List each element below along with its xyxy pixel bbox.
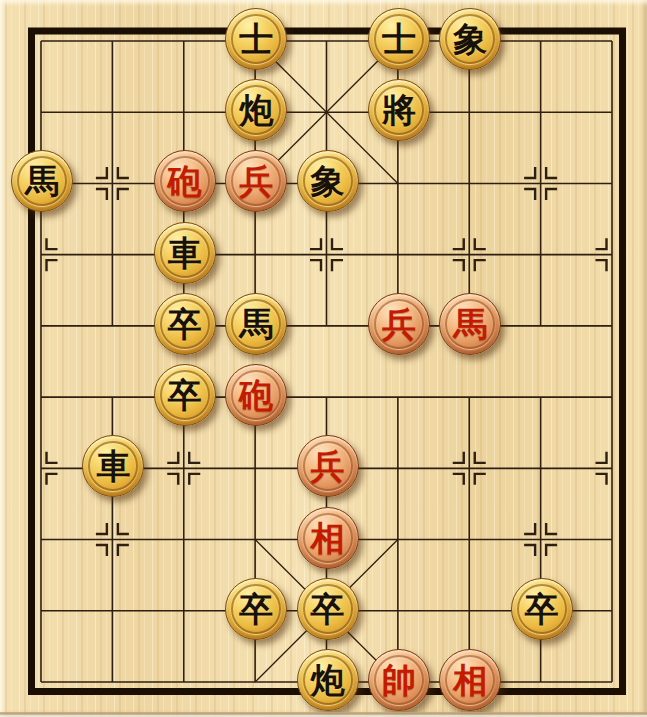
piece-red-soldier[interactable]: 兵: [297, 435, 359, 497]
piece-black-soldier[interactable]: 卒: [154, 293, 216, 355]
piece-red-general[interactable]: 帥: [368, 649, 430, 711]
piece-black-cannon[interactable]: 炮: [297, 649, 359, 711]
piece-black-cannon[interactable]: 炮: [225, 79, 287, 141]
piece-red-cannon[interactable]: 砲: [154, 150, 216, 212]
piece-black-chariot[interactable]: 車: [154, 222, 216, 284]
xiangqi-board[interactable]: 士士象炮將馬砲兵象車卒馬兵馬卒砲車兵相卒卒卒炮帥相: [0, 0, 647, 717]
piece-black-soldier[interactable]: 卒: [511, 578, 573, 640]
piece-red-cannon[interactable]: 砲: [225, 364, 287, 426]
piece-red-soldier[interactable]: 兵: [368, 293, 430, 355]
board-bottom-bevel: [0, 712, 647, 717]
piece-black-advisor[interactable]: 士: [368, 8, 430, 70]
piece-black-chariot[interactable]: 車: [82, 435, 144, 497]
piece-black-general[interactable]: 將: [368, 79, 430, 141]
piece-black-soldier[interactable]: 卒: [154, 364, 216, 426]
piece-red-soldier[interactable]: 兵: [225, 150, 287, 212]
piece-black-soldier[interactable]: 卒: [297, 578, 359, 640]
piece-red-elephant[interactable]: 相: [439, 649, 501, 711]
piece-black-elephant[interactable]: 象: [297, 150, 359, 212]
piece-black-horse[interactable]: 馬: [225, 293, 287, 355]
piece-black-horse[interactable]: 馬: [11, 150, 73, 212]
piece-black-elephant[interactable]: 象: [439, 8, 501, 70]
piece-red-elephant[interactable]: 相: [297, 507, 359, 569]
piece-red-horse[interactable]: 馬: [439, 293, 501, 355]
piece-black-soldier[interactable]: 卒: [225, 578, 287, 640]
pieces-layer: 士士象炮將馬砲兵象車卒馬兵馬卒砲車兵相卒卒卒炮帥相: [0, 0, 647, 717]
piece-black-advisor[interactable]: 士: [225, 8, 287, 70]
